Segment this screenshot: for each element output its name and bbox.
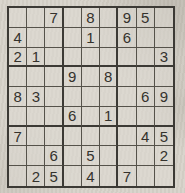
cell-r3c8[interactable] [137, 48, 155, 68]
cell-r1c5[interactable]: 8 [82, 8, 100, 28]
cell-r7c5[interactable] [82, 127, 100, 147]
cell-r3c3[interactable] [45, 48, 63, 68]
cell-r3c6[interactable] [100, 48, 118, 68]
cell-r9c5[interactable]: 4 [82, 166, 100, 186]
cell-r7c1[interactable]: 7 [9, 127, 27, 147]
cell-r6c5[interactable] [82, 107, 100, 127]
cell-r7c6[interactable] [100, 127, 118, 147]
cell-r6c6[interactable]: 1 [100, 107, 118, 127]
cell-r4c9[interactable] [155, 67, 173, 87]
cell-r8c5[interactable]: 5 [82, 146, 100, 166]
cell-r2c3[interactable] [45, 28, 63, 48]
cell-r2c5[interactable]: 1 [82, 28, 100, 48]
cell-r4c1[interactable] [9, 67, 27, 87]
cell-r3c9[interactable]: 3 [155, 48, 173, 68]
cell-r4c7[interactable] [118, 67, 136, 87]
cell-r8c1[interactable] [9, 146, 27, 166]
cell-r1c6[interactable] [100, 8, 118, 28]
cell-r8c6[interactable] [100, 146, 118, 166]
cell-r7c7[interactable] [118, 127, 136, 147]
cell-r2c7[interactable]: 6 [118, 28, 136, 48]
cell-r4c2[interactable] [27, 67, 45, 87]
cell-r4c3[interactable] [45, 67, 63, 87]
cell-r8c9[interactable]: 2 [155, 146, 173, 166]
cell-r5c4[interactable] [64, 87, 82, 107]
cell-r9c8[interactable] [137, 166, 155, 186]
cell-r3c4[interactable] [64, 48, 82, 68]
cell-r4c5[interactable] [82, 67, 100, 87]
cell-r5c9[interactable]: 9 [155, 87, 173, 107]
cell-r9c1[interactable] [9, 166, 27, 186]
cell-r2c1[interactable]: 4 [9, 28, 27, 48]
cell-r9c3[interactable]: 5 [45, 166, 63, 186]
cell-r6c8[interactable] [137, 107, 155, 127]
cell-r2c6[interactable] [100, 28, 118, 48]
cell-r7c8[interactable]: 4 [137, 127, 155, 147]
cell-r9c6[interactable] [100, 166, 118, 186]
cell-r7c3[interactable] [45, 127, 63, 147]
cell-r4c8[interactable] [137, 67, 155, 87]
cell-r8c7[interactable] [118, 146, 136, 166]
cell-r6c3[interactable] [45, 107, 63, 127]
cell-r1c4[interactable] [64, 8, 82, 28]
cell-r6c2[interactable] [27, 107, 45, 127]
cell-r1c2[interactable] [27, 8, 45, 28]
cell-r7c9[interactable]: 5 [155, 127, 173, 147]
cell-r9c9[interactable] [155, 166, 173, 186]
cell-r8c4[interactable] [64, 146, 82, 166]
cell-r1c1[interactable] [9, 8, 27, 28]
cell-r6c9[interactable] [155, 107, 173, 127]
cell-r3c2[interactable]: 1 [27, 48, 45, 68]
cell-r1c3[interactable]: 7 [45, 8, 63, 28]
cell-r6c4[interactable]: 6 [64, 107, 82, 127]
cell-r8c3[interactable]: 6 [45, 146, 63, 166]
cell-r1c9[interactable] [155, 8, 173, 28]
cell-r5c7[interactable] [118, 87, 136, 107]
cell-r3c1[interactable]: 2 [9, 48, 27, 68]
cell-r3c7[interactable] [118, 48, 136, 68]
cell-r8c8[interactable] [137, 146, 155, 166]
cell-r5c1[interactable]: 8 [9, 87, 27, 107]
cell-r9c2[interactable]: 2 [27, 166, 45, 186]
cell-r2c8[interactable] [137, 28, 155, 48]
cell-r1c7[interactable]: 9 [118, 8, 136, 28]
cell-r4c6[interactable]: 8 [100, 67, 118, 87]
cell-r2c9[interactable] [155, 28, 173, 48]
cell-r3c5[interactable] [82, 48, 100, 68]
cell-r5c5[interactable] [82, 87, 100, 107]
cell-r5c2[interactable]: 3 [27, 87, 45, 107]
cell-r4c4[interactable]: 9 [64, 67, 82, 87]
cell-r5c6[interactable] [100, 87, 118, 107]
cell-r2c2[interactable] [27, 28, 45, 48]
sudoku-board: 7895416213988369617456522547 [7, 6, 175, 188]
cell-r2c4[interactable] [64, 28, 82, 48]
newsprint-scan: 7895416213988369617456522547 [0, 0, 185, 193]
cell-r6c1[interactable] [9, 107, 27, 127]
cell-r6c7[interactable] [118, 107, 136, 127]
cell-r1c8[interactable]: 5 [137, 8, 155, 28]
cell-r7c2[interactable] [27, 127, 45, 147]
cell-r7c4[interactable] [64, 127, 82, 147]
cell-r5c8[interactable]: 6 [137, 87, 155, 107]
cell-r5c3[interactable] [45, 87, 63, 107]
cell-r9c7[interactable]: 7 [118, 166, 136, 186]
cell-r9c4[interactable] [64, 166, 82, 186]
cell-r8c2[interactable] [27, 146, 45, 166]
